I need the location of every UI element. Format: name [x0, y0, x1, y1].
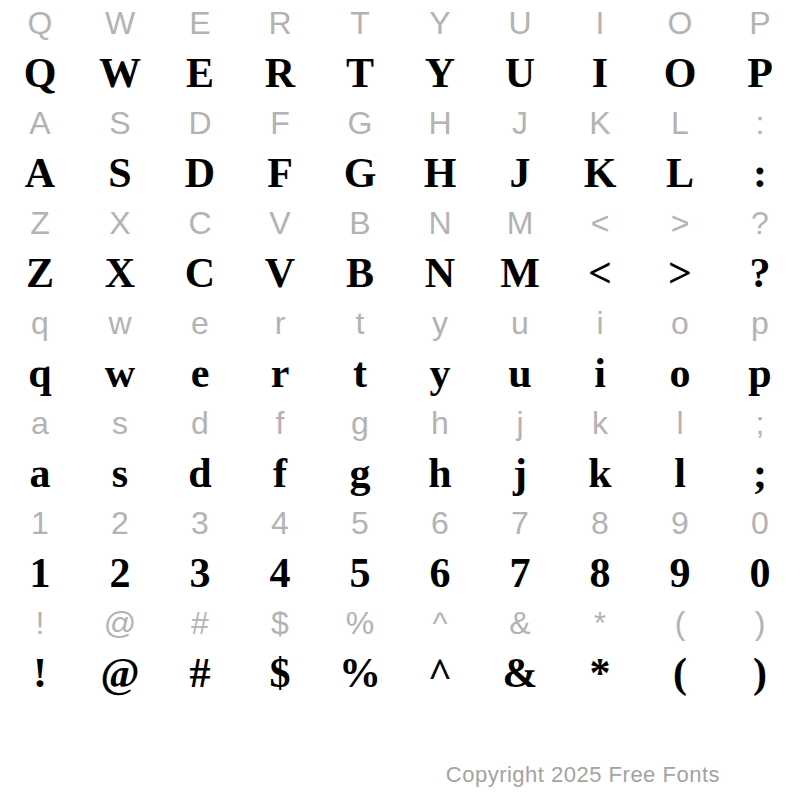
specimen-group-lowercase-top-row: qwertyuiopqwertyuiop: [0, 300, 800, 400]
glyph-bold: 2: [80, 547, 160, 600]
glyph-preview: ): [720, 600, 800, 647]
character-grid: QWERTYUIOPQWERTYUIOPASDFGHJKL:ASDFGHJKL:…: [0, 0, 800, 700]
preview-line-uppercase-home-row: ASDFGHJKL:: [0, 100, 800, 147]
glyph-bold: T: [320, 47, 400, 100]
glyph-bold: B: [320, 247, 400, 300]
glyph-preview: A: [0, 100, 80, 147]
glyph-bold: ^: [400, 647, 480, 700]
glyph-bold: M: [480, 247, 560, 300]
glyph-bold: P: [720, 47, 800, 100]
glyph-preview: l: [640, 400, 720, 447]
glyph-bold: <: [560, 247, 640, 300]
glyph-preview: #: [160, 600, 240, 647]
glyph-bold: y: [400, 347, 480, 400]
glyph-bold: 0: [720, 547, 800, 600]
glyph-preview: s: [80, 400, 160, 447]
glyph-bold: R: [240, 47, 320, 100]
glyph-bold: E: [160, 47, 240, 100]
glyph-bold: !: [0, 647, 80, 700]
glyph-preview: 0: [720, 500, 800, 547]
glyph-preview: C: [160, 200, 240, 247]
preview-line-lowercase-home-row: asdfghjkl;: [0, 400, 800, 447]
glyph-bold: #: [160, 647, 240, 700]
glyph-bold: 4: [240, 547, 320, 600]
glyph-bold: X: [80, 247, 160, 300]
glyph-preview: r: [240, 300, 320, 347]
glyph-preview: 2: [80, 500, 160, 547]
glyph-bold: 9: [640, 547, 720, 600]
glyph-preview: K: [560, 100, 640, 147]
glyph-bold: K: [560, 147, 640, 200]
glyph-preview: J: [480, 100, 560, 147]
specimen-group-uppercase-bottom-row: ZXCVBNM<>?ZXCVBNM<>?: [0, 200, 800, 300]
glyph-bold: r: [240, 347, 320, 400]
glyph-bold: Q: [0, 47, 80, 100]
glyph-preview: M: [480, 200, 560, 247]
glyph-preview: ^: [400, 600, 480, 647]
glyph-bold: h: [400, 447, 480, 500]
glyph-preview: I: [560, 0, 640, 47]
glyph-bold: u: [480, 347, 560, 400]
glyph-bold: F: [240, 147, 320, 200]
glyph-bold: %: [320, 647, 400, 700]
glyph-bold: @: [80, 647, 160, 700]
glyph-preview: @: [80, 600, 160, 647]
glyph-line-uppercase-home-row: ASDFGHJKL:: [0, 147, 800, 200]
glyph-preview: d: [160, 400, 240, 447]
glyph-bold: H: [400, 147, 480, 200]
glyph-preview: &: [480, 600, 560, 647]
glyph-bold: V: [240, 247, 320, 300]
font-specimen-sheet: QWERTYUIOPQWERTYUIOPASDFGHJKL:ASDFGHJKL:…: [0, 0, 800, 800]
glyph-preview: X: [80, 200, 160, 247]
glyph-preview: k: [560, 400, 640, 447]
glyph-preview: t: [320, 300, 400, 347]
glyph-bold: I: [560, 47, 640, 100]
glyph-line-digits-row: 1234567890: [0, 547, 800, 600]
glyph-bold: p: [720, 347, 800, 400]
glyph-preview: N: [400, 200, 480, 247]
glyph-preview: 9: [640, 500, 720, 547]
glyph-bold: a: [0, 447, 80, 500]
glyph-bold: ): [720, 647, 800, 700]
glyph-preview: V: [240, 200, 320, 247]
glyph-bold: L: [640, 147, 720, 200]
glyph-bold: s: [80, 447, 160, 500]
glyph-preview: G: [320, 100, 400, 147]
glyph-preview: 1: [0, 500, 80, 547]
glyph-preview: O: [640, 0, 720, 47]
glyph-preview: 7: [480, 500, 560, 547]
glyph-line-lowercase-home-row: asdfghjkl;: [0, 447, 800, 500]
glyph-preview: (: [640, 600, 720, 647]
glyph-preview: U: [480, 0, 560, 47]
glyph-preview: E: [160, 0, 240, 47]
glyph-preview: 5: [320, 500, 400, 547]
preview-line-symbols-row: !@#$%^&*(): [0, 600, 800, 647]
specimen-group-uppercase-home-row: ASDFGHJKL:ASDFGHJKL:: [0, 100, 800, 200]
glyph-preview: D: [160, 100, 240, 147]
glyph-preview: P: [720, 0, 800, 47]
glyph-preview: W: [80, 0, 160, 47]
preview-line-uppercase-top-row: QWERTYUIOP: [0, 0, 800, 47]
glyph-bold: o: [640, 347, 720, 400]
glyph-bold: d: [160, 447, 240, 500]
glyph-bold: e: [160, 347, 240, 400]
glyph-bold: G: [320, 147, 400, 200]
glyph-preview: 6: [400, 500, 480, 547]
glyph-bold: f: [240, 447, 320, 500]
glyph-preview: Z: [0, 200, 80, 247]
glyph-bold: Z: [0, 247, 80, 300]
glyph-bold: *: [560, 647, 640, 700]
glyph-preview: Y: [400, 0, 480, 47]
glyph-preview: R: [240, 0, 320, 47]
glyph-bold: S: [80, 147, 160, 200]
glyph-preview: 3: [160, 500, 240, 547]
glyph-preview: y: [400, 300, 480, 347]
glyph-preview: 8: [560, 500, 640, 547]
glyph-bold: C: [160, 247, 240, 300]
glyph-preview: B: [320, 200, 400, 247]
glyph-bold: O: [640, 47, 720, 100]
glyph-preview: h: [400, 400, 480, 447]
glyph-preview: T: [320, 0, 400, 47]
glyph-preview: o: [640, 300, 720, 347]
glyph-bold: 1: [0, 547, 80, 600]
glyph-bold: Y: [400, 47, 480, 100]
glyph-preview: $: [240, 600, 320, 647]
glyph-preview: q: [0, 300, 80, 347]
glyph-bold: N: [400, 247, 480, 300]
glyph-preview: e: [160, 300, 240, 347]
glyph-bold: D: [160, 147, 240, 200]
glyph-preview: L: [640, 100, 720, 147]
glyph-bold: q: [0, 347, 80, 400]
glyph-bold: l: [640, 447, 720, 500]
glyph-preview: S: [80, 100, 160, 147]
glyph-bold: j: [480, 447, 560, 500]
glyph-preview: H: [400, 100, 480, 147]
glyph-bold: U: [480, 47, 560, 100]
preview-line-lowercase-top-row: qwertyuiop: [0, 300, 800, 347]
glyph-bold: g: [320, 447, 400, 500]
glyph-line-symbols-row: !@#$%^&*(): [0, 647, 800, 700]
glyph-bold: >: [640, 247, 720, 300]
glyph-bold: ;: [720, 447, 800, 500]
glyph-preview: ;: [720, 400, 800, 447]
specimen-group-symbols-row: !@#$%^&*()!@#$%^&*(): [0, 600, 800, 700]
glyph-preview: Q: [0, 0, 80, 47]
glyph-preview: j: [480, 400, 560, 447]
glyph-preview: ?: [720, 200, 800, 247]
glyph-preview: p: [720, 300, 800, 347]
glyph-preview: a: [0, 400, 80, 447]
glyph-preview: u: [480, 300, 560, 347]
preview-line-digits-row: 1234567890: [0, 500, 800, 547]
glyph-preview: g: [320, 400, 400, 447]
specimen-group-digits-row: 12345678901234567890: [0, 500, 800, 600]
glyph-preview: w: [80, 300, 160, 347]
glyph-preview: 4: [240, 500, 320, 547]
glyph-bold: 3: [160, 547, 240, 600]
glyph-line-uppercase-bottom-row: ZXCVBNM<>?: [0, 247, 800, 300]
glyph-bold: t: [320, 347, 400, 400]
glyph-bold: k: [560, 447, 640, 500]
glyph-line-uppercase-top-row: QWERTYUIOP: [0, 47, 800, 100]
glyph-bold: A: [0, 147, 80, 200]
glyph-bold: 8: [560, 547, 640, 600]
specimen-group-uppercase-top-row: QWERTYUIOPQWERTYUIOP: [0, 0, 800, 100]
glyph-preview: F: [240, 100, 320, 147]
glyph-bold: :: [720, 147, 800, 200]
glyph-preview: <: [560, 200, 640, 247]
glyph-preview: :: [720, 100, 800, 147]
glyph-preview: *: [560, 600, 640, 647]
glyph-bold: w: [80, 347, 160, 400]
glyph-preview: >: [640, 200, 720, 247]
glyph-bold: 6: [400, 547, 480, 600]
copyright-watermark: Copyright 2025 Free Fonts: [446, 762, 720, 788]
glyph-bold: i: [560, 347, 640, 400]
preview-line-uppercase-bottom-row: ZXCVBNM<>?: [0, 200, 800, 247]
glyph-bold: 5: [320, 547, 400, 600]
glyph-bold: 7: [480, 547, 560, 600]
glyph-bold: (: [640, 647, 720, 700]
glyph-bold: W: [80, 47, 160, 100]
specimen-group-lowercase-home-row: asdfghjkl;asdfghjkl;: [0, 400, 800, 500]
glyph-preview: i: [560, 300, 640, 347]
glyph-line-lowercase-top-row: qwertyuiop: [0, 347, 800, 400]
glyph-bold: &: [480, 647, 560, 700]
glyph-preview: f: [240, 400, 320, 447]
glyph-preview: !: [0, 600, 80, 647]
glyph-bold: J: [480, 147, 560, 200]
glyph-bold: ?: [720, 247, 800, 300]
glyph-bold: $: [240, 647, 320, 700]
glyph-preview: %: [320, 600, 400, 647]
